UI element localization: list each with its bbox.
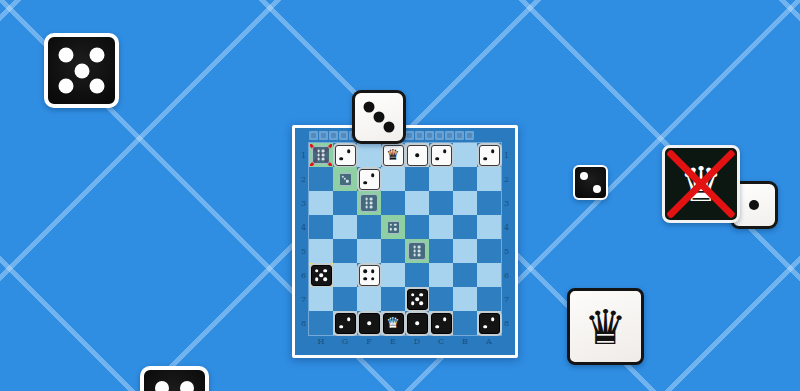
capture-slot (329, 131, 338, 140)
queen-option-black[interactable]: ♛ (567, 288, 644, 365)
capture-slot (405, 131, 414, 140)
piece-die-black-1[interactable] (407, 313, 428, 334)
die-pip (89, 48, 104, 63)
die-pip (491, 149, 495, 153)
queen-crown-icon: ♛ (386, 148, 399, 163)
rank-label: 7 (501, 287, 512, 311)
die-pip (324, 278, 328, 282)
die-pip (443, 317, 447, 321)
rank-label: 3 (501, 191, 512, 215)
file-label: F (357, 335, 381, 348)
square-G6[interactable] (333, 263, 357, 287)
square-A7[interactable] (477, 287, 501, 311)
square-E1[interactable]: ♛ (381, 143, 405, 167)
square-B8[interactable] (453, 311, 477, 335)
move-trail-die-6 (408, 242, 426, 260)
die-pip (324, 269, 328, 273)
square-G1[interactable] (333, 143, 357, 167)
capture-slot (455, 131, 464, 140)
piece-die-white-2[interactable] (431, 145, 452, 166)
rank-label: 1 (501, 143, 512, 167)
die-pip (394, 228, 396, 230)
square-E7[interactable] (381, 287, 405, 311)
move-trail-die-3 (339, 173, 352, 186)
die-pip (363, 181, 367, 185)
move-trail-die-6 (360, 194, 378, 212)
die-pip (418, 246, 421, 249)
square-B5[interactable] (453, 239, 477, 263)
die-pip (415, 297, 419, 301)
piece-die-black-5[interactable] (407, 289, 428, 310)
die-pip (347, 317, 351, 321)
die-pip (435, 157, 439, 161)
rank-label: 5 (501, 239, 512, 263)
square-A4[interactable] (477, 215, 501, 239)
file-labels: HGFEDCBA (309, 335, 515, 348)
rank-label: 7 (298, 287, 309, 311)
decor-die-black-5 (44, 33, 119, 108)
rank-label: 6 (501, 263, 512, 287)
square-H5[interactable] (309, 239, 333, 263)
capture-slot (465, 131, 474, 140)
square-A5[interactable] (477, 239, 501, 263)
die-pip (394, 224, 396, 226)
square-C6[interactable] (429, 263, 453, 287)
die-pip (319, 273, 323, 277)
die-pip (365, 198, 368, 201)
die-pip (371, 173, 375, 177)
die-pip (374, 112, 385, 123)
die-pip (74, 63, 89, 78)
square-A6[interactable] (477, 263, 501, 287)
capture-slot (339, 131, 348, 140)
die-pip (415, 321, 419, 325)
file-label: C (429, 335, 453, 348)
die-pip (411, 293, 415, 297)
square-C4[interactable] (429, 215, 453, 239)
square-H4[interactable] (309, 215, 333, 239)
square-B1[interactable] (453, 143, 477, 167)
die-pip (363, 269, 367, 273)
die-pip (347, 149, 351, 153)
die-pip (483, 325, 487, 329)
square-A1[interactable] (477, 143, 501, 167)
capture-slot (319, 131, 328, 140)
square-G7[interactable] (333, 287, 357, 311)
square-F1[interactable] (357, 143, 381, 167)
capture-tray (309, 131, 515, 141)
file-label: E (381, 335, 405, 348)
square-C5[interactable] (429, 239, 453, 263)
die-pip (593, 185, 601, 193)
die-pip (322, 154, 325, 157)
die-pip (749, 200, 759, 210)
rank-label: 8 (298, 311, 309, 335)
piece-die-black-2[interactable] (431, 313, 452, 334)
die-pip (155, 381, 169, 391)
die-pip (411, 302, 415, 306)
square-E5[interactable] (381, 239, 405, 263)
file-label: B (453, 335, 477, 348)
file-label: G (333, 335, 357, 348)
piece-die-black-1[interactable] (359, 313, 380, 334)
piece-die-white-2[interactable] (479, 145, 500, 166)
die-pip (367, 321, 371, 325)
file-label: H (309, 335, 333, 348)
decor-die-white-3 (352, 90, 406, 144)
decor-die-black-4 (140, 366, 209, 391)
die-pip (339, 325, 343, 329)
square-F4[interactable] (357, 215, 381, 239)
square-C2[interactable] (429, 167, 453, 191)
square-D4[interactable] (405, 215, 429, 239)
square-B3[interactable] (453, 191, 477, 215)
die-pip (390, 228, 392, 230)
square-B7[interactable] (453, 287, 477, 311)
rank-label: 8 (501, 311, 512, 335)
file-label: A (477, 335, 501, 348)
die-pip (370, 205, 373, 208)
die-pip (413, 253, 416, 256)
rank-label: 6 (298, 263, 309, 287)
square-D5[interactable] (405, 239, 429, 263)
die-pip (365, 205, 368, 208)
square-G3[interactable] (333, 191, 357, 215)
square-D7[interactable] (405, 287, 429, 311)
square-H6[interactable] (309, 263, 333, 287)
square-C3[interactable] (429, 191, 453, 215)
die-pip (420, 293, 424, 297)
square-G2[interactable] (333, 167, 357, 191)
square-H7[interactable] (309, 287, 333, 311)
die-pip (339, 157, 343, 161)
file-label: D (405, 335, 429, 348)
die-pip (370, 202, 373, 205)
square-D6[interactable] (405, 263, 429, 287)
die-pip (580, 172, 588, 180)
capture-slot (445, 131, 454, 140)
die-pip (371, 277, 375, 281)
square-F3[interactable] (357, 191, 381, 215)
piece-die-black-2[interactable] (335, 313, 356, 334)
piece-die-white-4[interactable] (359, 265, 380, 286)
queen-crown-icon: ♛ (584, 303, 627, 351)
square-B6[interactable] (453, 263, 477, 287)
game-board-panel: 12345678 ♛♛ 12345678 HGFEDCBA (292, 125, 518, 358)
square-E4[interactable] (381, 215, 405, 239)
square-D8[interactable] (405, 311, 429, 335)
rank-label: 2 (298, 167, 309, 191)
piece-die-white-1[interactable] (407, 145, 428, 166)
die-pip (322, 150, 325, 153)
die-pip (413, 246, 416, 249)
board-grid: ♛♛ (309, 143, 501, 335)
die-pip (180, 381, 194, 391)
rank-label: 5 (298, 239, 309, 263)
square-E2[interactable] (381, 167, 405, 191)
square-F2[interactable] (357, 167, 381, 191)
queen-option-white-crossed[interactable]: ♛ (662, 145, 740, 223)
die-pip (371, 269, 375, 273)
die-pip (491, 317, 495, 321)
square-G8[interactable] (333, 311, 357, 335)
piece-die-white-2[interactable] (359, 169, 380, 190)
die-pip (365, 202, 368, 205)
rank-label: 2 (501, 167, 512, 191)
die-pip (59, 78, 74, 93)
square-C7[interactable] (429, 287, 453, 311)
die-pip (59, 48, 74, 63)
rank-labels-right: 12345678 (501, 143, 512, 335)
die-pip (317, 157, 320, 160)
square-H2[interactable] (309, 167, 333, 191)
capture-slot (309, 131, 318, 140)
capture-slot (435, 131, 444, 140)
square-F8[interactable] (357, 311, 381, 335)
rank-label: 4 (501, 215, 512, 239)
square-C1[interactable] (429, 143, 453, 167)
square-F6[interactable] (357, 263, 381, 287)
piece-die-black-2[interactable] (479, 313, 500, 334)
queen-crown-icon: ♛ (386, 316, 399, 331)
square-B4[interactable] (453, 215, 477, 239)
square-B2[interactable] (453, 167, 477, 191)
decor-die-black-2 (573, 165, 608, 200)
die-pip (363, 277, 367, 281)
rank-label: 3 (298, 191, 309, 215)
square-E3[interactable] (381, 191, 405, 215)
die-pip (415, 153, 419, 157)
move-trail-die-4 (387, 221, 400, 234)
square-H8[interactable] (309, 311, 333, 335)
piece-die-black-5[interactable] (311, 265, 332, 286)
square-D3[interactable] (405, 191, 429, 215)
capture-slot (425, 131, 434, 140)
square-F5[interactable] (357, 239, 381, 263)
die-pip (383, 121, 394, 132)
die-pip (364, 102, 375, 113)
square-A8[interactable] (477, 311, 501, 335)
die-pip (420, 302, 424, 306)
capture-slot (415, 131, 424, 140)
die-pip (317, 154, 320, 157)
die-pip (390, 224, 392, 226)
die-pip (435, 325, 439, 329)
die-pip (322, 157, 325, 160)
die-pip (370, 198, 373, 201)
die-pip (418, 253, 421, 256)
die-pip (346, 180, 348, 182)
piece-die-white-2[interactable] (335, 145, 356, 166)
die-pip (315, 278, 319, 282)
square-H1[interactable] (309, 143, 333, 167)
piece-die-black-queen[interactable]: ♛ (383, 313, 404, 334)
rank-label: 1 (298, 143, 309, 167)
die-pip (413, 250, 416, 253)
die-pip (418, 250, 421, 253)
piece-die-white-queen[interactable]: ♛ (383, 145, 404, 166)
die-pip (89, 78, 104, 93)
square-A3[interactable] (477, 191, 501, 215)
square-C8[interactable] (429, 311, 453, 335)
square-G4[interactable] (333, 215, 357, 239)
square-F7[interactable] (357, 287, 381, 311)
square-D2[interactable] (405, 167, 429, 191)
die-pip (483, 157, 487, 161)
rank-labels-left: 12345678 (298, 143, 309, 335)
move-trail-die-6 (312, 146, 330, 164)
square-D1[interactable] (405, 143, 429, 167)
die-pip (443, 149, 447, 153)
rank-label: 4 (298, 215, 309, 239)
die-pip (317, 150, 320, 153)
square-E6[interactable] (381, 263, 405, 287)
square-H3[interactable] (309, 191, 333, 215)
square-E8[interactable]: ♛ (381, 311, 405, 335)
die-pip (315, 269, 319, 273)
square-A2[interactable] (477, 167, 501, 191)
square-G5[interactable] (333, 239, 357, 263)
